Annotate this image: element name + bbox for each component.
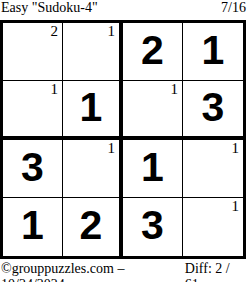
pencil-mark: 1 [108, 23, 116, 39]
cell-r4c2[interactable]: 2 [63, 198, 123, 256]
cell-r2c4[interactable]: 3 [183, 81, 243, 139]
cell-r3c2[interactable]: 1 [63, 140, 123, 198]
page-number: 7/16 [221, 0, 246, 16]
cell-r1c1[interactable]: 2 [3, 23, 63, 81]
cell-r3c3[interactable]: 1 [123, 140, 183, 198]
cell-r4c3[interactable]: 3 [123, 198, 183, 256]
pencil-mark: 2 [51, 23, 59, 39]
cell-value: 2 [141, 30, 164, 71]
cell-value: 1 [80, 87, 103, 128]
cell-r2c2[interactable]: 1 [63, 81, 123, 139]
copyright-text: ©grouppuzzles.com – 10/24/2024 [1, 261, 185, 282]
cell-value: 1 [202, 30, 225, 71]
cell-r4c1[interactable]: 1 [3, 198, 63, 256]
pencil-mark: 1 [171, 81, 179, 97]
cell-r4c4[interactable]: 1 [183, 198, 243, 256]
puzzle-title: Easy "Sudoku-4" [1, 0, 98, 16]
cell-value: 1 [21, 205, 44, 246]
page-header: Easy "Sudoku-4" 7/16 [1, 0, 246, 18]
cell-value: 3 [202, 87, 225, 128]
cell-value: 2 [80, 205, 103, 246]
cell-value: 3 [141, 205, 164, 246]
pencil-mark: 1 [232, 198, 240, 214]
cell-r1c4[interactable]: 1 [183, 23, 243, 81]
puzzle-page: Easy "Sudoku-4" 7/16 2 1 2 1 1 1 [0, 0, 247, 282]
page-footer: ©grouppuzzles.com – 10/24/2024 Diff: 2 /… [1, 261, 245, 279]
cell-value: 3 [21, 147, 44, 188]
difficulty-text: Diff: 2 / 61 [185, 261, 245, 282]
cell-r2c3[interactable]: 1 [123, 81, 183, 139]
pencil-mark: 1 [232, 140, 240, 156]
cell-r1c2[interactable]: 1 [63, 23, 123, 81]
cell-r2c1[interactable]: 1 [3, 81, 63, 139]
sudoku-grid: 2 1 2 1 1 1 1 3 [0, 20, 246, 259]
cell-r1c3[interactable]: 2 [123, 23, 183, 81]
pencil-mark: 1 [108, 140, 116, 156]
cell-value: 1 [141, 147, 164, 188]
pencil-mark: 1 [51, 81, 59, 97]
cell-r3c4[interactable]: 1 [183, 140, 243, 198]
cell-r3c1[interactable]: 3 [3, 140, 63, 198]
